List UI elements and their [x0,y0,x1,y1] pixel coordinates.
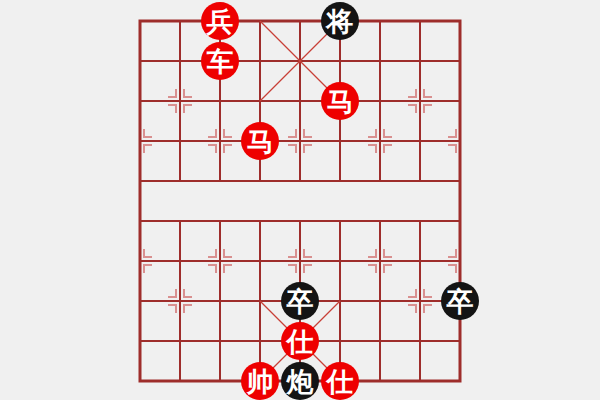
xiangqi-screenshot: 兵将车马马卒卒仕帅炮仕 [0,0,600,400]
piece-black-soldier-b[interactable]: 卒 [441,282,479,320]
piece-red-chariot[interactable]: 车 [201,42,239,80]
pieces-layer: 兵将车马马卒卒仕帅炮仕 [120,1,480,400]
piece-red-general[interactable]: 帅 [241,362,279,400]
piece-red-soldier-a[interactable]: 兵 [201,2,239,40]
piece-black-general[interactable]: 将 [321,2,359,40]
piece-red-horse-a[interactable]: 马 [321,82,359,120]
piece-red-advisor-a[interactable]: 仕 [281,322,319,360]
piece-red-horse-b[interactable]: 马 [241,122,279,160]
piece-black-soldier-a[interactable]: 卒 [281,282,319,320]
piece-black-cannon[interactable]: 炮 [281,362,319,400]
piece-red-advisor-b[interactable]: 仕 [321,362,359,400]
